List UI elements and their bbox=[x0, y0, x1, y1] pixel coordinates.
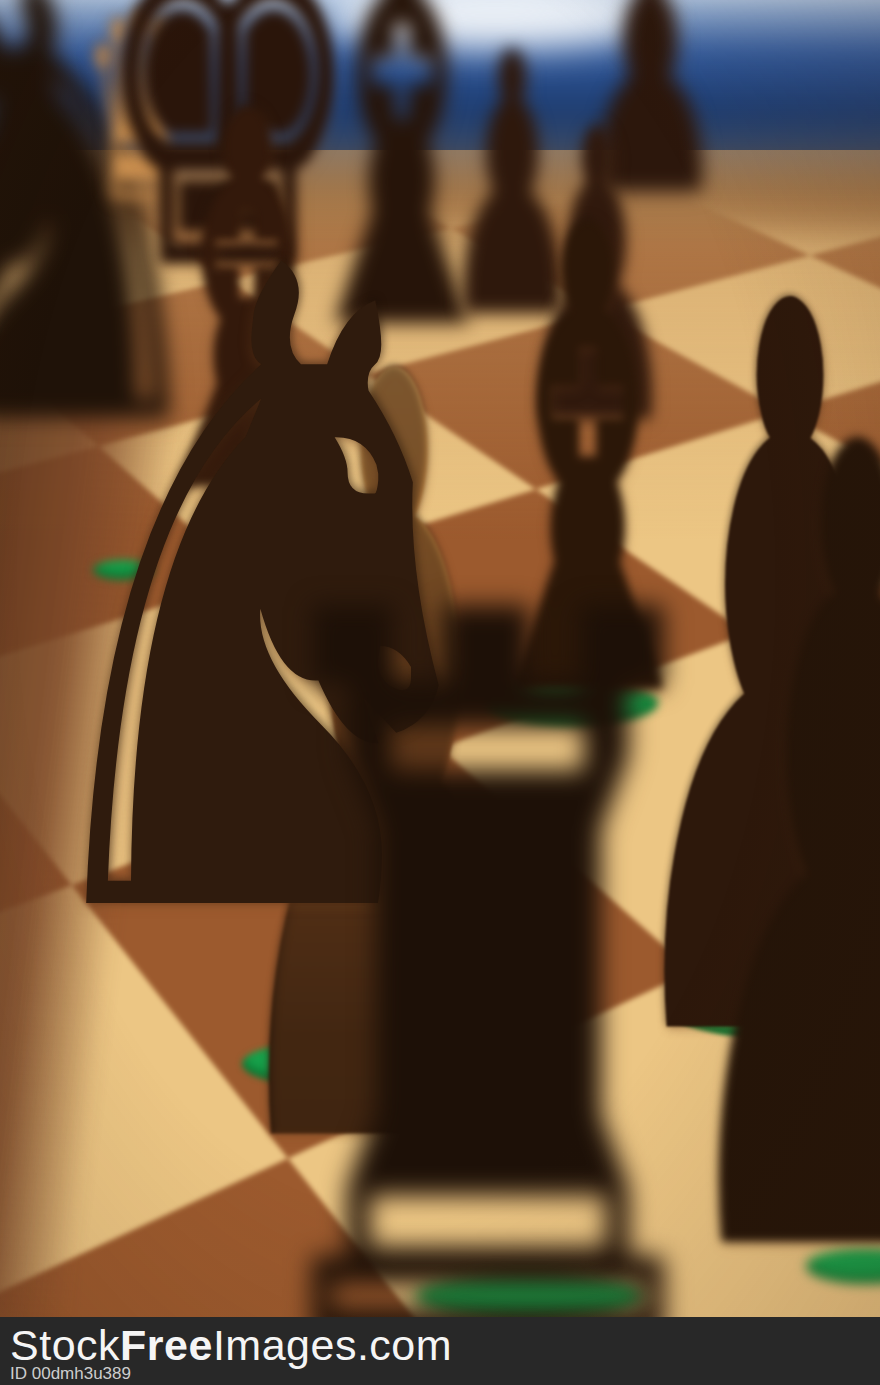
watermark-bar: StockFreeImages.com ID 00dmh3u389 bbox=[0, 1317, 880, 1385]
watermark-photo-id: ID 00dmh3u389 bbox=[10, 1364, 131, 1384]
rook-glyph: ♜ bbox=[210, 490, 766, 1385]
piece-rook-h8: ♜ bbox=[0, 490, 880, 1385]
brand-bold: Free bbox=[120, 1321, 213, 1369]
watermark-brand: StockFreeImages.com bbox=[10, 1321, 452, 1370]
brand-prefix: Stock bbox=[10, 1321, 120, 1369]
chess-photo-scene: ♞♝♟♛♟♚♟♝♝♟♟♟♞♜ StockFreeImages.com ID 00… bbox=[0, 0, 880, 1385]
brand-suffix: Images.com bbox=[213, 1321, 452, 1369]
